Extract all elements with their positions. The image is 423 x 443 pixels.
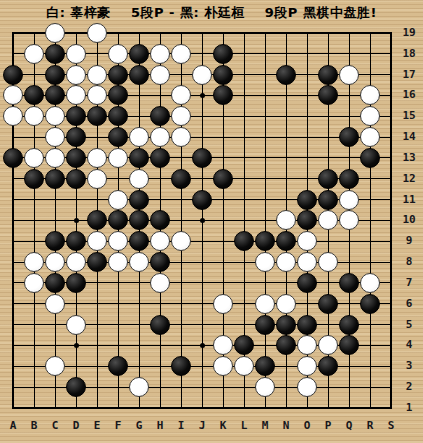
column-label: E [87,419,107,433]
row-label: 3 [400,359,418,373]
column-label: Q [339,419,359,433]
black-stone [66,377,86,397]
black-stone [360,294,380,314]
white-stone [297,356,317,376]
white-stone [87,85,107,105]
white-stone [45,23,65,43]
column-label: S [381,419,401,433]
black-stone [318,85,338,105]
column-label: A [3,419,23,433]
white-stone [150,65,170,85]
black-stone [108,85,128,105]
black-stone [108,106,128,126]
black-stone [45,231,65,251]
black-stone [24,169,44,189]
white-stone [234,356,254,376]
column-label: J [192,419,212,433]
white-stone [129,169,149,189]
black-stone [3,65,23,85]
black-stone [171,169,191,189]
black-stone [45,169,65,189]
row-label: 1 [400,401,418,415]
row-label: 16 [400,88,418,102]
black-stone [213,169,233,189]
white-stone [66,85,86,105]
white-stone [129,127,149,147]
black-stone [66,148,86,168]
black-stone [192,190,212,210]
white-stone [108,231,128,251]
black-stone [318,294,338,314]
black-stone [45,65,65,85]
black-stone [150,210,170,230]
row-label: 5 [400,318,418,332]
white-stone [45,356,65,376]
black-stone [129,44,149,64]
white-stone [24,148,44,168]
white-stone [66,315,86,335]
white-stone [108,148,128,168]
white-stone [87,231,107,251]
white-stone [24,252,44,272]
white-stone [213,294,233,314]
black-stone [87,210,107,230]
row-label: 7 [400,276,418,290]
go-board[interactable]: ABCDEFGHIJKLMNOPQRS 19181716151413121110… [0,0,423,443]
black-stone [234,231,254,251]
black-stone [66,231,86,251]
column-label: M [255,419,275,433]
black-stone [318,190,338,210]
black-stone [213,85,233,105]
white-stone [255,294,275,314]
white-stone [129,252,149,272]
row-label: 10 [400,213,418,227]
black-stone [339,273,359,293]
column-label: N [276,419,296,433]
column-label: C [45,419,65,433]
black-stone [339,315,359,335]
black-stone [108,127,128,147]
white-stone [150,231,170,251]
white-stone [108,44,128,64]
black-stone [66,106,86,126]
white-stone [3,85,23,105]
stones-layer [3,23,402,419]
white-stone [297,252,317,272]
white-stone [45,106,65,126]
column-label: L [234,419,254,433]
white-stone [213,356,233,376]
white-stone [108,252,128,272]
row-label: 17 [400,68,418,82]
column-label: O [297,419,317,433]
row-label: 12 [400,172,418,186]
white-stone [45,294,65,314]
black-stone [45,273,65,293]
white-stone [150,127,170,147]
white-stone [171,85,191,105]
white-stone [255,252,275,272]
white-stone [339,65,359,85]
row-label: 8 [400,255,418,269]
white-stone [192,65,212,85]
white-stone [87,169,107,189]
black-stone [45,44,65,64]
black-stone [276,231,296,251]
white-stone [297,335,317,355]
row-label: 6 [400,297,418,311]
white-stone [297,231,317,251]
black-stone [276,65,296,85]
white-stone [150,273,170,293]
white-stone [339,190,359,210]
column-label: K [213,419,233,433]
black-stone [150,106,170,126]
row-label: 4 [400,338,418,352]
white-stone [360,273,380,293]
white-stone [66,252,86,272]
black-stone [213,65,233,85]
white-stone [255,377,275,397]
black-stone [45,85,65,105]
column-label: I [171,419,191,433]
black-stone [108,356,128,376]
white-stone [171,231,191,251]
black-stone [129,231,149,251]
column-label: R [360,419,380,433]
black-stone [276,335,296,355]
white-stone [87,65,107,85]
white-stone [87,23,107,43]
black-stone [129,148,149,168]
black-stone [276,315,296,335]
column-label: F [108,419,128,433]
black-stone [87,106,107,126]
row-label: 19 [400,26,418,40]
row-label: 13 [400,151,418,165]
white-stone [171,44,191,64]
white-stone [45,252,65,272]
white-stone [45,127,65,147]
white-stone [24,44,44,64]
row-label: 18 [400,47,418,61]
black-stone [129,210,149,230]
white-stone [150,44,170,64]
black-stone [297,190,317,210]
white-stone [276,294,296,314]
black-stone [318,65,338,85]
column-label: G [129,419,149,433]
white-stone [318,210,338,230]
row-label: 15 [400,109,418,123]
white-stone [45,148,65,168]
white-stone [24,106,44,126]
white-stone [360,127,380,147]
black-stone [297,273,317,293]
black-stone [87,252,107,272]
black-stone [213,44,233,64]
white-stone [171,127,191,147]
white-stone [360,85,380,105]
black-stone [339,127,359,147]
white-stone [24,273,44,293]
white-stone [297,377,317,397]
column-label: D [66,419,86,433]
white-stone [3,106,23,126]
white-stone [66,65,86,85]
white-stone [318,252,338,272]
white-stone [87,148,107,168]
black-stone [150,315,170,335]
row-label: 2 [400,380,418,394]
black-stone [339,169,359,189]
row-label: 14 [400,130,418,144]
white-stone [171,106,191,126]
column-label: H [150,419,170,433]
black-stone [360,148,380,168]
white-stone [276,210,296,230]
black-stone [297,210,317,230]
black-stone [318,356,338,376]
black-stone [24,85,44,105]
black-stone [129,190,149,210]
row-label: 9 [400,234,418,248]
column-label: P [318,419,338,433]
black-stone [66,127,86,147]
white-stone [318,335,338,355]
black-stone [318,169,338,189]
black-stone [234,335,254,355]
black-stone [66,273,86,293]
black-stone [150,252,170,272]
white-stone [129,377,149,397]
black-stone [150,148,170,168]
black-stone [108,65,128,85]
white-stone [108,190,128,210]
white-stone [339,210,359,230]
black-stone [297,315,317,335]
white-stone [66,44,86,64]
black-stone [66,169,86,189]
white-stone [213,335,233,355]
black-stone [192,148,212,168]
row-label: 11 [400,193,418,207]
black-stone [255,315,275,335]
black-stone [108,210,128,230]
column-label: B [24,419,44,433]
black-stone [171,356,191,376]
black-stone [255,356,275,376]
black-stone [3,148,23,168]
black-stone [255,231,275,251]
white-stone [276,252,296,272]
black-stone [129,65,149,85]
black-stone [339,335,359,355]
white-stone [360,106,380,126]
